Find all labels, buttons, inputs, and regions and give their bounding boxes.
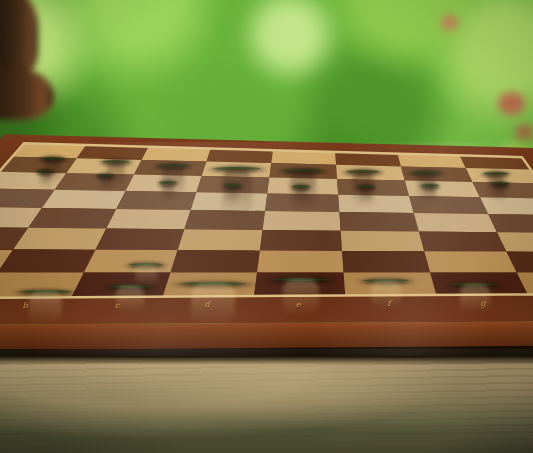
piece-reflection <box>295 186 306 205</box>
piece-reflection <box>494 183 506 202</box>
square-g4[interactable] <box>414 213 497 232</box>
piece-reflection <box>360 186 371 205</box>
square-f2[interactable] <box>342 251 430 273</box>
square-e4[interactable] <box>263 211 341 231</box>
square-c3[interactable] <box>96 229 185 251</box>
square-f4[interactable] <box>339 212 419 231</box>
chess-photo-scene: bcdefg ♜♞♝♚♛♝♞♜♟♟♟♟♟♟♟♟♟♞♝♚♛♝♞ <box>0 0 533 453</box>
piece-reflection <box>162 182 173 201</box>
wooden-log-table <box>0 349 533 453</box>
file-label-f: f <box>388 300 391 308</box>
square-h5[interactable] <box>480 197 533 215</box>
square-g2[interactable] <box>424 251 517 272</box>
square-d2[interactable] <box>171 250 260 273</box>
square-b2[interactable] <box>0 249 95 272</box>
square-g3[interactable] <box>419 231 507 251</box>
square-b4[interactable] <box>28 208 116 229</box>
piece-reflection <box>29 291 62 324</box>
piece-reflection <box>40 171 51 189</box>
piece-reflection <box>227 185 238 204</box>
file-label-g: g <box>480 300 485 308</box>
square-c4[interactable] <box>106 209 190 229</box>
piece-reflection <box>283 279 320 316</box>
square-e3[interactable] <box>260 230 342 251</box>
square-b3[interactable] <box>13 228 106 250</box>
piece-reflection <box>116 286 143 313</box>
file-label-b: b <box>22 302 27 310</box>
square-c5[interactable] <box>116 191 196 210</box>
square-d3[interactable] <box>178 229 263 250</box>
piece-reflection <box>191 283 234 326</box>
square-f3[interactable] <box>341 231 425 252</box>
piece-reflection <box>424 185 436 204</box>
square-f5[interactable] <box>338 195 414 213</box>
file-label-c: c <box>115 302 119 310</box>
file-label-e: e <box>296 301 301 309</box>
piece-reflection <box>100 175 111 193</box>
square-e2[interactable] <box>257 251 344 273</box>
file-label-d: d <box>204 301 209 309</box>
square-b5[interactable] <box>42 190 126 209</box>
piece-reflection <box>371 280 400 309</box>
